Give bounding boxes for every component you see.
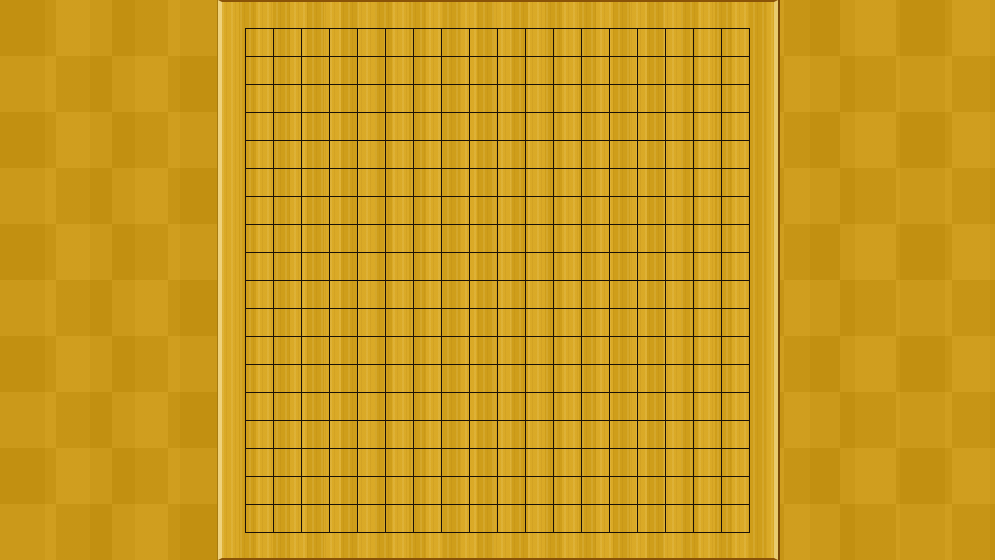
go-board [218, 0, 778, 560]
coordinate-labels-bottom [231, 540, 763, 556]
board-grid[interactable] [245, 28, 750, 533]
page-background [0, 0, 995, 560]
coordinate-labels-left [222, 14, 238, 546]
coordinate-labels-top [231, 3, 763, 19]
coordinate-labels-right [756, 14, 772, 546]
